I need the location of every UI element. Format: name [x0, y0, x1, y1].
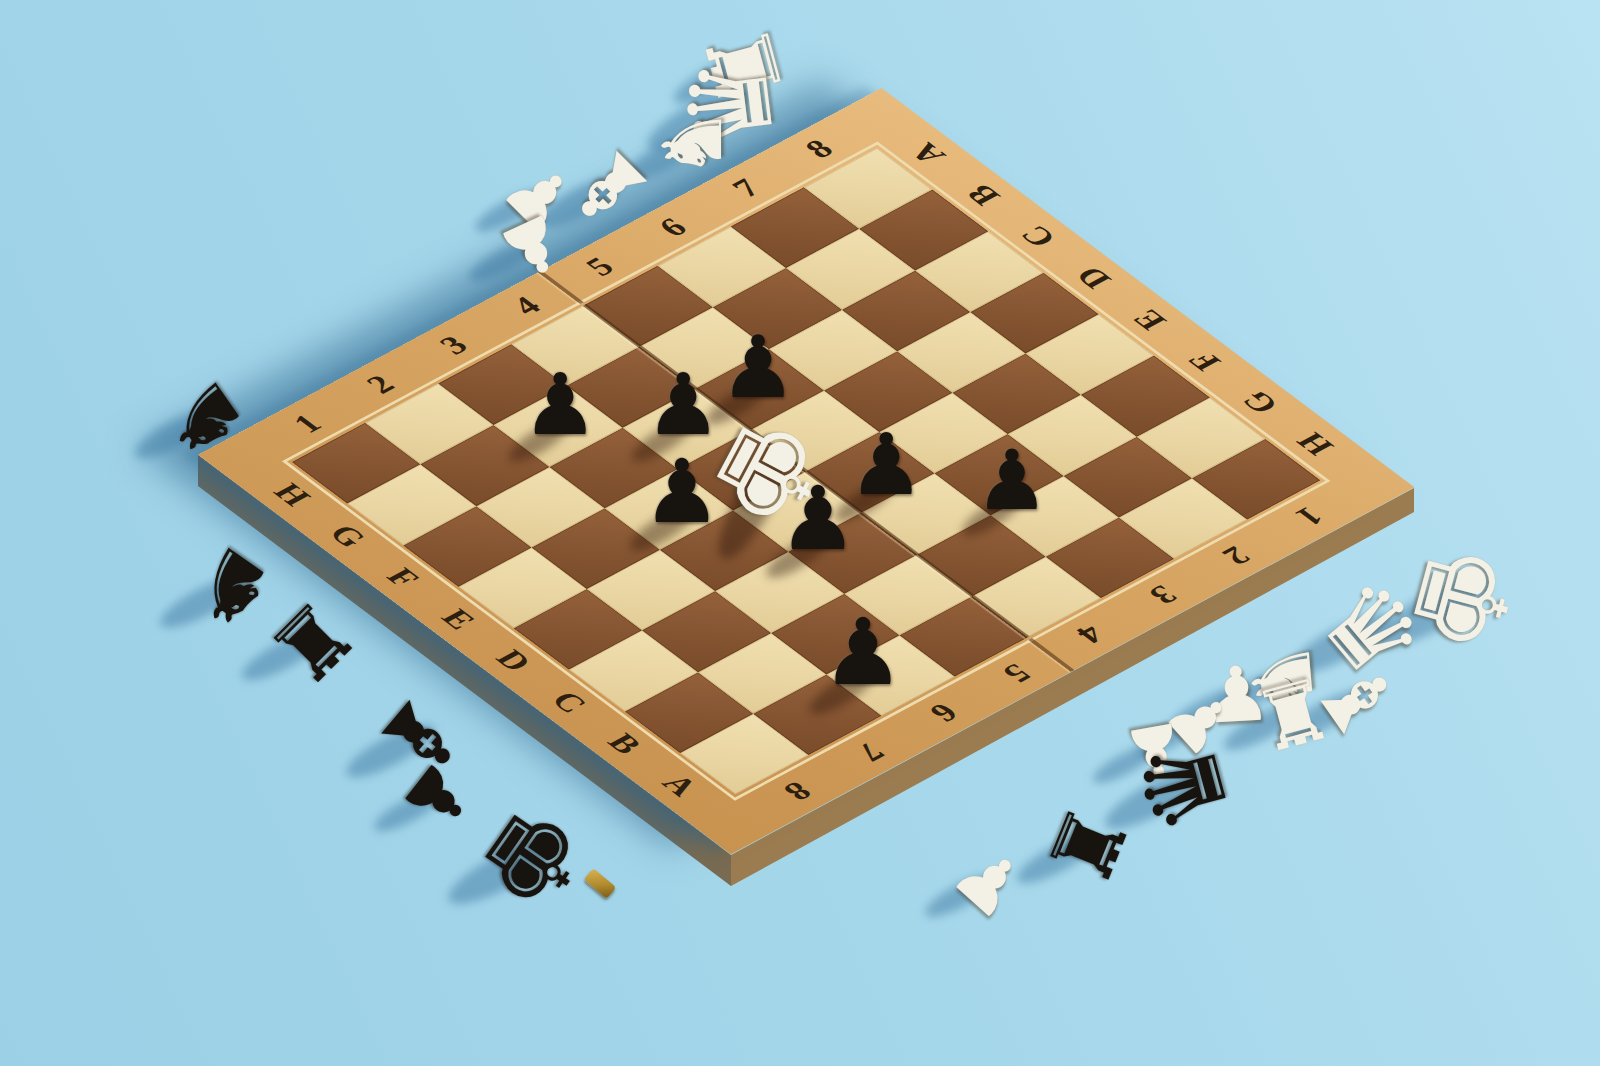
label-rank-bottomright-8: 8: [776, 776, 820, 806]
label-file-topright-D: D: [1068, 262, 1120, 294]
label-file-topright-C: C: [1013, 220, 1065, 252]
label-file-bottomleft-B: B: [599, 729, 649, 760]
label-file-topright-F: F: [1181, 346, 1230, 376]
label-rank-bottomright-1: 1: [1288, 501, 1332, 531]
label-rank-bottomright-2: 2: [1214, 540, 1258, 570]
label-rank-bottomright-6: 6: [922, 697, 966, 727]
black-pawn-f5: ♟: [848, 422, 924, 507]
label-file-bottomleft-D: D: [488, 645, 540, 677]
black-pawn-b3: ♟: [522, 362, 598, 447]
chess-photo-scene: 87654321ABCDEFGHHGFEDCBA12345678 ♟♟♟♟♟♟♟…: [0, 0, 1600, 1066]
label-file-bottomleft-C: C: [543, 686, 595, 718]
label-rank-bottomright-4: 4: [1068, 619, 1112, 649]
label-file-bottomleft-E: E: [433, 604, 483, 635]
label-rank-topleft-5: 5: [578, 252, 622, 282]
label-file-topright-A: A: [902, 137, 954, 169]
label-file-topright-E: E: [1124, 304, 1174, 335]
label-rank-topleft-2: 2: [359, 369, 403, 399]
black-pawn-g3: ♟: [822, 607, 904, 699]
label-rank-bottomright-7: 7: [849, 736, 893, 766]
label-file-topright-B: B: [958, 179, 1008, 210]
black-pawn-g6: ♟: [975, 439, 1049, 522]
label-rank-topleft-6: 6: [652, 212, 696, 242]
label-rank-topleft-8: 8: [798, 134, 842, 164]
black-pawn-f4: ♟: [779, 475, 858, 563]
black-pawn-d3: ♟: [643, 448, 722, 536]
label-rank-topleft-1: 1: [286, 409, 330, 439]
label-rank-bottomright-3: 3: [1141, 579, 1185, 609]
label-file-bottomleft-A: A: [654, 770, 706, 802]
label-rank-topleft-3: 3: [432, 330, 476, 360]
label-rank-bottomright-5: 5: [995, 658, 1039, 688]
hinge-seam-frame-right: [1028, 638, 1074, 672]
label-file-bottomleft-F: F: [378, 563, 427, 593]
